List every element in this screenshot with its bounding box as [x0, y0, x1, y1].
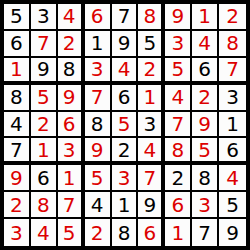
- cell-r4c2[interactable]: 5: [31, 85, 58, 112]
- cell-r2c4[interactable]: 1: [85, 31, 112, 58]
- given-digit: 1: [118, 195, 131, 215]
- cell-r2c9[interactable]: 8: [219, 31, 246, 58]
- solved-digit: 7: [37, 33, 50, 53]
- given-digit: 3: [144, 114, 157, 134]
- solved-digit: 1: [198, 6, 211, 26]
- given-digit: 5: [144, 33, 157, 53]
- solved-digit: 7: [91, 87, 104, 107]
- cell-r8c8[interactable]: 3: [192, 192, 219, 219]
- cell-r6c6[interactable]: 4: [138, 138, 165, 165]
- solved-digit: 2: [91, 223, 104, 243]
- cell-r3c5[interactable]: 4: [112, 58, 139, 85]
- given-digit: 6: [198, 59, 211, 79]
- solved-digit: 2: [10, 195, 23, 215]
- cell-r4c9[interactable]: 3: [219, 85, 246, 112]
- cell-r6c1[interactable]: 7: [4, 138, 31, 165]
- cell-r9c8[interactable]: 7: [192, 219, 219, 246]
- cell-r7c9[interactable]: 4: [219, 165, 246, 192]
- cell-r8c1[interactable]: 2: [4, 192, 31, 219]
- solved-digit: 6: [91, 6, 104, 26]
- cell-r4c7[interactable]: 4: [165, 85, 192, 112]
- cell-r2c8[interactable]: 4: [192, 31, 219, 58]
- solved-digit: 5: [118, 114, 131, 134]
- given-digit: 1: [226, 114, 239, 134]
- solved-digit: 9: [10, 168, 23, 188]
- cell-r3c2[interactable]: 9: [31, 58, 58, 85]
- cell-r3c8[interactable]: 6: [192, 58, 219, 85]
- cell-r4c8[interactable]: 2: [192, 85, 219, 112]
- solved-digit: 5: [171, 59, 184, 79]
- solved-digit: 7: [171, 114, 184, 134]
- solved-digit: 3: [63, 140, 76, 160]
- given-digit: 5: [226, 195, 239, 215]
- cell-r4c5[interactable]: 6: [112, 85, 139, 112]
- cell-r5c5[interactable]: 5: [112, 112, 139, 139]
- cell-r9c1[interactable]: 3: [4, 219, 31, 246]
- cell-r6c5[interactable]: 2: [112, 138, 139, 165]
- cell-r6c7[interactable]: 8: [165, 138, 192, 165]
- solved-digit: 6: [144, 223, 157, 243]
- solved-digit: 8: [144, 6, 157, 26]
- cell-r8c7[interactable]: 6: [165, 192, 192, 219]
- solved-digit: 4: [63, 6, 76, 26]
- solved-digit: 8: [226, 33, 239, 53]
- solved-digit: 2: [144, 59, 157, 79]
- cell-r5c1[interactable]: 4: [4, 112, 31, 139]
- solved-digit: 1: [10, 59, 23, 79]
- solved-digit: 4: [226, 168, 239, 188]
- cell-r4c3[interactable]: 9: [58, 85, 85, 112]
- cell-r3c3[interactable]: 8: [58, 58, 85, 85]
- solved-digit: 7: [226, 59, 239, 79]
- solved-digit: 5: [37, 87, 50, 107]
- solved-digit: 5: [91, 168, 104, 188]
- cell-r2c5[interactable]: 9: [112, 31, 139, 58]
- solved-digit: 9: [171, 6, 184, 26]
- solved-digit: 9: [198, 114, 211, 134]
- given-digit: 1: [91, 33, 104, 53]
- solved-digit: 4: [144, 140, 157, 160]
- cell-r9c3[interactable]: 5: [58, 219, 85, 246]
- cell-r5c3[interactable]: 6: [58, 112, 85, 139]
- given-digit: 8: [91, 114, 104, 134]
- cell-r1c9[interactable]: 2: [219, 4, 246, 31]
- cell-r7c5[interactable]: 3: [112, 165, 139, 192]
- solved-digit: 7: [144, 168, 157, 188]
- cell-r8c5[interactable]: 1: [112, 192, 139, 219]
- solved-digit: 8: [171, 140, 184, 160]
- solved-digit: 6: [171, 195, 184, 215]
- given-digit: 4: [91, 195, 104, 215]
- solved-digit: 3: [171, 33, 184, 53]
- solved-digit: 7: [63, 195, 76, 215]
- cell-r3c6[interactable]: 2: [138, 58, 165, 85]
- solved-digit: 9: [91, 140, 104, 160]
- cell-r1c4[interactable]: 6: [85, 4, 112, 31]
- solved-digit: 3: [118, 168, 131, 188]
- given-digit: 8: [198, 168, 211, 188]
- sudoku-board: 5346789126721953481983425678597614234268…: [0, 0, 250, 250]
- cell-r1c3[interactable]: 4: [58, 4, 85, 31]
- cell-r1c6[interactable]: 8: [138, 4, 165, 31]
- cell-r6c4[interactable]: 9: [85, 138, 112, 165]
- solved-digit: 2: [198, 87, 211, 107]
- cell-r9c7[interactable]: 1: [165, 219, 192, 246]
- given-digit: 9: [37, 59, 50, 79]
- given-digit: 9: [226, 223, 239, 243]
- cell-r5c8[interactable]: 9: [192, 112, 219, 139]
- cell-r2c3[interactable]: 2: [58, 31, 85, 58]
- cell-r3c4[interactable]: 3: [85, 58, 112, 85]
- solved-digit: 4: [37, 223, 50, 243]
- cell-r6c3[interactable]: 3: [58, 138, 85, 165]
- cell-r7c2[interactable]: 6: [31, 165, 58, 192]
- given-digit: 6: [226, 140, 239, 160]
- given-digit: 7: [10, 140, 23, 160]
- given-digit: 6: [10, 33, 23, 53]
- solved-digit: 4: [118, 59, 131, 79]
- cell-r7c8[interactable]: 8: [192, 165, 219, 192]
- cell-r1c1[interactable]: 5: [4, 4, 31, 31]
- solved-digit: 6: [63, 114, 76, 134]
- solved-digit: 3: [10, 223, 23, 243]
- cell-r6c8[interactable]: 5: [192, 138, 219, 165]
- cell-r6c2[interactable]: 1: [31, 138, 58, 165]
- cell-r9c9[interactable]: 9: [219, 219, 246, 246]
- cell-r1c7[interactable]: 9: [165, 4, 192, 31]
- given-digit: 6: [37, 168, 50, 188]
- cell-r5c9[interactable]: 1: [219, 112, 246, 139]
- given-digit: 4: [10, 114, 23, 134]
- cell-r4c1[interactable]: 8: [4, 85, 31, 112]
- given-digit: 9: [118, 33, 131, 53]
- cell-r3c9[interactable]: 7: [219, 58, 246, 85]
- solved-digit: 3: [198, 195, 211, 215]
- given-digit: 2: [118, 140, 131, 160]
- given-digit: 6: [118, 87, 131, 107]
- cell-r5c2[interactable]: 2: [31, 112, 58, 139]
- solved-digit: 4: [198, 33, 211, 53]
- cell-r8c3[interactable]: 7: [58, 192, 85, 219]
- given-digit: 7: [198, 223, 211, 243]
- cell-r5c4[interactable]: 8: [85, 112, 112, 139]
- cell-r7c4[interactable]: 5: [85, 165, 112, 192]
- cell-r7c1[interactable]: 9: [4, 165, 31, 192]
- cell-r2c7[interactable]: 3: [165, 31, 192, 58]
- solved-digit: 5: [63, 223, 76, 243]
- cell-r3c1[interactable]: 1: [4, 58, 31, 85]
- solved-digit: 8: [37, 195, 50, 215]
- given-digit: 8: [10, 87, 23, 107]
- given-digit: 3: [37, 6, 50, 26]
- given-digit: 3: [226, 87, 239, 107]
- cell-r5c6[interactable]: 3: [138, 112, 165, 139]
- given-digit: 8: [63, 59, 76, 79]
- solved-digit: 2: [63, 33, 76, 53]
- solved-digit: 2: [37, 114, 50, 134]
- solved-digit: 9: [63, 87, 76, 107]
- cell-r2c2[interactable]: 7: [31, 31, 58, 58]
- cell-r4c6[interactable]: 1: [138, 85, 165, 112]
- cell-r1c5[interactable]: 7: [112, 4, 139, 31]
- cell-r6c9[interactable]: 6: [219, 138, 246, 165]
- given-digit: 9: [144, 195, 157, 215]
- cell-r9c4[interactable]: 2: [85, 219, 112, 246]
- cell-r4c4[interactable]: 7: [85, 85, 112, 112]
- solved-digit: 5: [198, 140, 211, 160]
- solved-digit: 1: [37, 140, 50, 160]
- cell-r2c6[interactable]: 5: [138, 31, 165, 58]
- cell-r9c5[interactable]: 8: [112, 219, 139, 246]
- cell-r9c6[interactable]: 6: [138, 219, 165, 246]
- cell-r1c8[interactable]: 1: [192, 4, 219, 31]
- solved-digit: 2: [226, 6, 239, 26]
- cell-r3c7[interactable]: 5: [165, 58, 192, 85]
- given-digit: 8: [118, 223, 131, 243]
- solved-digit: 1: [63, 168, 76, 188]
- given-digit: 2: [171, 168, 184, 188]
- cell-r8c6[interactable]: 9: [138, 192, 165, 219]
- cell-r8c2[interactable]: 8: [31, 192, 58, 219]
- cell-r7c6[interactable]: 7: [138, 165, 165, 192]
- cell-r2c1[interactable]: 6: [4, 31, 31, 58]
- cell-r7c3[interactable]: 1: [58, 165, 85, 192]
- cell-r1c2[interactable]: 3: [31, 4, 58, 31]
- given-digit: 7: [118, 6, 131, 26]
- solved-digit: 4: [171, 87, 184, 107]
- cell-r8c9[interactable]: 5: [219, 192, 246, 219]
- solved-digit: 1: [144, 87, 157, 107]
- cell-r7c7[interactable]: 2: [165, 165, 192, 192]
- cell-r9c2[interactable]: 4: [31, 219, 58, 246]
- cell-r5c7[interactable]: 7: [165, 112, 192, 139]
- solved-digit: 3: [91, 59, 104, 79]
- given-digit: 5: [10, 6, 23, 26]
- cell-r8c4[interactable]: 4: [85, 192, 112, 219]
- solved-digit: 1: [171, 223, 184, 243]
